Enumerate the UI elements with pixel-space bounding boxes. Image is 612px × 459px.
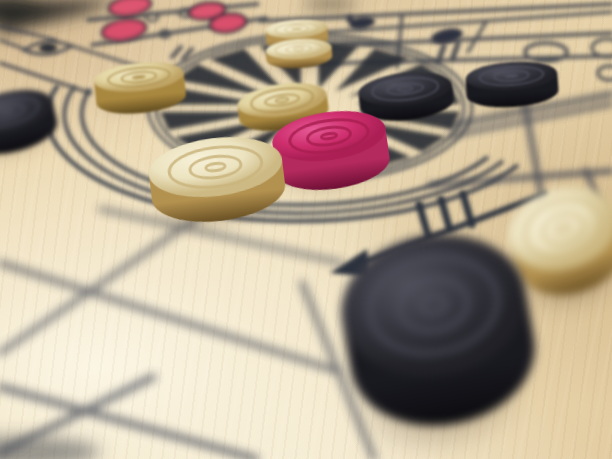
pieces-layer: [0, 0, 612, 459]
carrom-piece-queen-8[interactable]: [269, 104, 393, 196]
carrom-piece-black-6[interactable]: [465, 59, 560, 110]
carrom-piece-gold-3[interactable]: [93, 58, 188, 117]
carrom-board-photo: [0, 0, 612, 459]
carrom-piece-white-9[interactable]: [145, 130, 288, 229]
carrom-piece-black-7[interactable]: [0, 82, 62, 162]
carrom-piece-white-2[interactable]: [265, 37, 333, 71]
carrom-piece-black-11[interactable]: [330, 220, 546, 439]
